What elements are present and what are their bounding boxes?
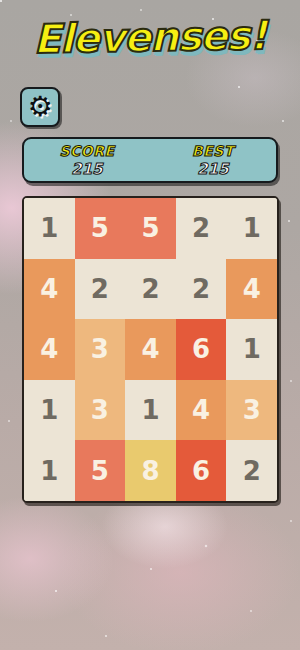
gear-icon: ⚙ — [27, 93, 52, 121]
cell-r4c5[interactable]: 3 — [226, 380, 277, 441]
cell-r4c2[interactable]: 3 — [75, 380, 126, 441]
cell-r1c4[interactable]: 2 — [176, 198, 227, 259]
cell-r2c2[interactable]: 2 — [75, 259, 126, 320]
cell-r3c2[interactable]: 3 — [75, 319, 126, 380]
cell-r3c5[interactable]: 1 — [226, 319, 277, 380]
score-column: SCORE 215 — [24, 139, 150, 181]
cell-r5c2[interactable]: 5 — [75, 440, 126, 501]
best-column: BEST 215 — [150, 139, 276, 181]
settings-button[interactable]: ⚙ — [20, 87, 60, 127]
best-label: BEST — [192, 143, 234, 159]
cell-r4c4[interactable]: 4 — [176, 380, 227, 441]
cell-r1c3[interactable]: 5 — [125, 198, 176, 259]
cell-r1c1[interactable]: 1 — [24, 198, 75, 259]
cell-r2c1[interactable]: 4 — [24, 259, 75, 320]
cell-r3c1[interactable]: 4 — [24, 319, 75, 380]
cell-r4c1[interactable]: 1 — [24, 380, 75, 441]
cell-r2c5[interactable]: 4 — [226, 259, 277, 320]
game-board: 1552142224434611314315862 — [22, 196, 279, 503]
score-value: 215 — [71, 160, 102, 178]
cell-r5c1[interactable]: 1 — [24, 440, 75, 501]
best-value: 215 — [197, 160, 228, 178]
starfield-background — [0, 0, 2, 2]
cell-r5c3[interactable]: 8 — [125, 440, 176, 501]
cell-r2c4[interactable]: 2 — [176, 259, 227, 320]
score-label: SCORE — [59, 143, 114, 159]
app-title: Elevenses! — [0, 11, 300, 62]
score-panel: SCORE 215 BEST 215 — [22, 137, 278, 183]
cell-r5c4[interactable]: 6 — [176, 440, 227, 501]
cell-r3c3[interactable]: 4 — [125, 319, 176, 380]
cell-r4c3[interactable]: 1 — [125, 380, 176, 441]
cell-r3c4[interactable]: 6 — [176, 319, 227, 380]
cell-r2c3[interactable]: 2 — [125, 259, 176, 320]
app-screen: Elevenses! ⚙ SCORE 215 BEST 215 15521422… — [0, 0, 300, 650]
cell-r5c5[interactable]: 2 — [226, 440, 277, 501]
cell-r1c5[interactable]: 1 — [226, 198, 277, 259]
cell-r1c2[interactable]: 5 — [75, 198, 126, 259]
